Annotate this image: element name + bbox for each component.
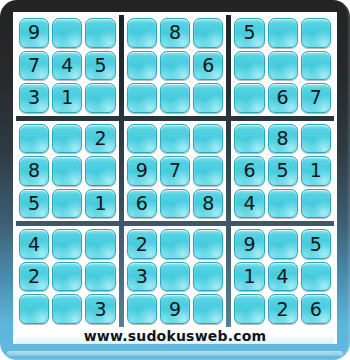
cell-r5c9[interactable]: 1 [301,156,331,186]
cell-r6c5[interactable] [160,189,190,219]
cell-r4c6[interactable] [193,124,223,154]
cell-r1c4[interactable] [127,18,157,48]
cell-r3c7[interactable] [234,83,264,113]
cell-r6c7[interactable]: 4 [234,189,264,219]
box-1: 974531 [16,15,119,116]
cell-r1c3[interactable] [85,18,115,48]
cell-r2c5[interactable] [160,51,190,81]
cell-r9c2[interactable] [52,294,82,324]
box-7: 423 [16,226,119,327]
cell-r5c8[interactable]: 5 [268,156,298,186]
cell-r3c5[interactable] [160,83,190,113]
cell-r8c4[interactable]: 3 [127,262,157,292]
cell-r9c9[interactable]: 6 [301,294,331,324]
cell-r1c1[interactable]: 9 [19,18,49,48]
cell-r6c8[interactable] [268,189,298,219]
cell-r1c2[interactable] [52,18,82,48]
cell-r3c6[interactable] [193,83,223,113]
cell-r6c6[interactable]: 8 [193,189,223,219]
cell-r1c9[interactable] [301,18,331,48]
cell-r3c4[interactable] [127,83,157,113]
cell-r6c1[interactable]: 5 [19,189,49,219]
cell-r2c7[interactable] [234,51,264,81]
cell-r6c2[interactable] [52,189,82,219]
cell-r2c6[interactable]: 6 [193,51,223,81]
cell-r8c8[interactable]: 4 [268,262,298,292]
cell-r8c6[interactable] [193,262,223,292]
cell-r9c7[interactable] [234,294,264,324]
cell-r1c7[interactable]: 5 [234,18,264,48]
cell-r3c3[interactable] [85,83,115,113]
cell-r9c1[interactable] [19,294,49,324]
cell-r1c5[interactable]: 8 [160,18,190,48]
cell-r5c2[interactable] [52,156,82,186]
cell-r5c7[interactable]: 6 [234,156,264,186]
cell-r5c6[interactable] [193,156,223,186]
box-4: 2851 [16,121,119,222]
cell-r3c8[interactable]: 6 [268,83,298,113]
box-3: 567 [231,15,334,116]
site-url-link[interactable]: www.sudokusweb.com [84,328,267,344]
cell-r3c2[interactable]: 1 [52,83,82,113]
box-5: 9768 [124,121,227,222]
cell-r6c3[interactable]: 1 [85,189,115,219]
cell-r1c6[interactable] [193,18,223,48]
cell-r2c2[interactable]: 4 [52,51,82,81]
cell-r8c3[interactable] [85,262,115,292]
cell-r7c1[interactable]: 4 [19,229,49,259]
cell-r2c3[interactable]: 5 [85,51,115,81]
box-6: 86514 [231,121,334,222]
cell-r8c5[interactable] [160,262,190,292]
cell-r7c9[interactable]: 5 [301,229,331,259]
sudoku-grid: 974531 86 567 2851 9768 86514 423 239 95… [16,15,334,327]
cell-r2c1[interactable]: 7 [19,51,49,81]
cell-r4c8[interactable]: 8 [268,124,298,154]
cell-r4c7[interactable] [234,124,264,154]
box-9: 951426 [231,226,334,327]
cell-r2c4[interactable] [127,51,157,81]
box-2: 86 [124,15,227,116]
board-panel: 974531 86 567 2851 9768 86514 423 239 95… [13,12,337,344]
cell-r9c4[interactable] [127,294,157,324]
cell-r4c9[interactable] [301,124,331,154]
cell-r6c4[interactable]: 6 [127,189,157,219]
cell-r6c9[interactable] [301,189,331,219]
cell-r4c5[interactable] [160,124,190,154]
cell-r7c7[interactable]: 9 [234,229,264,259]
cell-r2c9[interactable] [301,51,331,81]
cell-r8c7[interactable]: 1 [234,262,264,292]
box-8: 239 [124,226,227,327]
cell-r9c8[interactable]: 2 [268,294,298,324]
cell-r3c1[interactable]: 3 [19,83,49,113]
cell-r8c9[interactable] [301,262,331,292]
cell-r5c4[interactable]: 9 [127,156,157,186]
cell-r5c1[interactable]: 8 [19,156,49,186]
cell-r9c3[interactable]: 3 [85,294,115,324]
cell-r8c2[interactable] [52,262,82,292]
cell-r7c5[interactable] [160,229,190,259]
cell-r4c1[interactable] [19,124,49,154]
bottom-gloss-highlight [7,351,343,356]
cell-r7c4[interactable]: 2 [127,229,157,259]
cell-r8c1[interactable]: 2 [19,262,49,292]
cell-r5c3[interactable] [85,156,115,186]
cell-r7c8[interactable] [268,229,298,259]
cell-r7c6[interactable] [193,229,223,259]
cell-r9c5[interactable]: 9 [160,294,190,324]
cell-r7c3[interactable] [85,229,115,259]
cell-r2c8[interactable] [268,51,298,81]
cell-r4c3[interactable]: 2 [85,124,115,154]
cell-r4c4[interactable] [127,124,157,154]
cell-r7c2[interactable] [52,229,82,259]
cell-r3c9[interactable]: 7 [301,83,331,113]
cell-r9c6[interactable] [193,294,223,324]
cell-r5c5[interactable]: 7 [160,156,190,186]
cell-r4c2[interactable] [52,124,82,154]
footer-bar: www.sudokusweb.com [16,327,334,344]
cell-r1c8[interactable] [268,18,298,48]
sudoku-board-frame: 974531 86 567 2851 9768 86514 423 239 95… [0,0,350,360]
